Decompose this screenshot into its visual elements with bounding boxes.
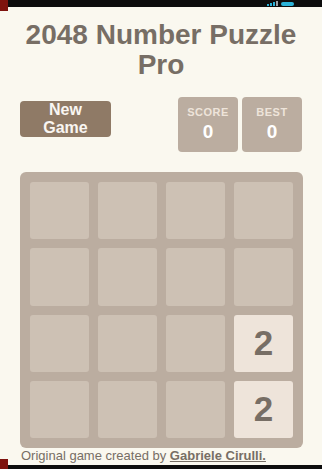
empty-cell-r2c4 [234, 248, 293, 305]
empty-cell-r3c3 [166, 315, 225, 372]
new-game-button[interactable]: New Game [20, 101, 111, 137]
empty-cell-r4c3 [166, 381, 225, 438]
best-label: BEST [242, 106, 302, 119]
empty-cell-r2c1 [30, 248, 89, 305]
status-bar-icons [267, 1, 294, 6]
empty-cell-r1c2 [98, 182, 157, 239]
corner-mark-top-left [0, 0, 8, 11]
empty-cell-r1c1 [30, 182, 89, 239]
corner-mark-bottom-left [0, 459, 8, 469]
best-box: BEST 0 [242, 97, 302, 152]
empty-cell-r2c2 [98, 248, 157, 305]
page-title: 2048 Number Puzzle Pro [0, 20, 322, 80]
empty-cell-r3c2 [98, 315, 157, 372]
empty-cell-r1c4 [234, 182, 293, 239]
empty-cell-r4c1 [30, 381, 89, 438]
tile-2-r4c4: 2 [234, 381, 293, 438]
score-value: 0 [178, 121, 238, 143]
empty-cell-r1c3 [166, 182, 225, 239]
empty-cell-r2c3 [166, 248, 225, 305]
best-value: 0 [242, 121, 302, 143]
footer-text: Original game created by Gabriele Cirull… [21, 448, 266, 463]
game-board[interactable]: 22 [20, 172, 303, 448]
score-box: SCORE 0 [178, 97, 238, 152]
battery-icon [281, 2, 294, 6]
footer-author-link[interactable]: Gabriele Cirulli. [170, 448, 266, 463]
empty-cell-r4c2 [98, 381, 157, 438]
empty-cell-r3c1 [30, 315, 89, 372]
bottom-nav-bar [0, 465, 322, 469]
status-bar [0, 0, 322, 7]
score-label: SCORE [178, 106, 238, 119]
tile-2-r3c4: 2 [234, 315, 293, 372]
signal-icon [267, 1, 278, 6]
footer-prefix: Original game created by [21, 448, 170, 463]
